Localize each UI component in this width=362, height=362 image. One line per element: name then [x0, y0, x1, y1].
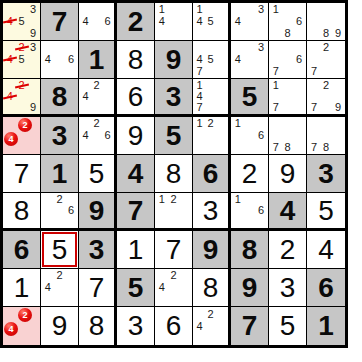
cell-r5c7[interactable]: 2: [231, 155, 269, 193]
colored-candidate-2: 2: [18, 308, 32, 322]
candidate-7: 7: [194, 65, 205, 77]
cell-r6c4[interactable]: 7: [117, 193, 155, 231]
candidate-1: 1: [270, 4, 282, 16]
cell-r1c4[interactable]: 2: [117, 3, 155, 41]
cell-r6c8[interactable]: 4: [269, 193, 307, 231]
pencil-marks: 249: [3, 79, 40, 114]
solved-digit: 7: [155, 231, 192, 268]
candidate-7: 7: [308, 141, 320, 153]
solved-digit: 8: [117, 41, 154, 78]
pencil-marks: 457: [193, 41, 228, 78]
cell-r9c6[interactable]: 24: [193, 307, 231, 345]
colored-candidate-2: 2: [18, 118, 32, 132]
solved-digit: 5: [307, 193, 345, 228]
candidate-9: 9: [332, 102, 344, 113]
candidate-4: 4: [194, 54, 205, 66]
candidate-6: 6: [102, 130, 113, 142]
cell-r4c7[interactable]: 16: [231, 117, 269, 155]
candidate-3: 3: [27, 4, 39, 16]
solved-digit: 5: [269, 307, 306, 345]
cell-r7c7[interactable]: 8: [231, 231, 269, 269]
candidate-7: 7: [308, 102, 320, 113]
pencil-marks: 145: [193, 3, 228, 40]
pencil-marks: 12: [155, 193, 192, 228]
pencil-marks: 24: [155, 269, 192, 306]
cell-r1c3[interactable]: 46: [79, 3, 117, 41]
cell-r3c9[interactable]: 279: [307, 79, 345, 117]
cell-r8c1[interactable]: 1: [3, 269, 41, 307]
pencil-marks: 89: [307, 3, 345, 40]
cell-r2c9[interactable]: 27: [307, 41, 345, 79]
given-digit: 4: [269, 193, 306, 228]
cell-r8c5[interactable]: 24: [155, 269, 193, 307]
pencil-marks: 34: [231, 41, 268, 78]
cell-r9c1[interactable]: 24: [3, 307, 41, 345]
cell-r8c7[interactable]: 9: [231, 269, 269, 307]
cell-r4c4[interactable]: 9: [117, 117, 155, 155]
candidate-1: 1: [156, 4, 168, 16]
candidate-2: 2: [54, 194, 66, 205]
pencil-marks: 279: [307, 79, 345, 114]
candidate-6: 6: [255, 205, 267, 216]
pencil-marks: 168: [269, 3, 306, 40]
candidate-2: 2: [91, 118, 102, 130]
candidate-8: 8: [282, 141, 294, 153]
pencil-marks: 27: [307, 41, 345, 78]
pencil-marks: 24: [79, 79, 114, 114]
solved-digit: 3: [193, 193, 228, 228]
given-digit: 7: [117, 193, 154, 228]
cell-r5c5[interactable]: 8: [155, 155, 193, 193]
cell-r6c9[interactable]: 5: [307, 193, 345, 231]
pencil-marks: 78: [269, 117, 306, 154]
cell-r1c9[interactable]: 89: [307, 3, 345, 41]
eliminated-candidate-4: 4: [4, 16, 16, 28]
solved-digit: 4: [307, 231, 345, 268]
candidate-5: 5: [205, 54, 216, 66]
solved-digit: 9: [269, 155, 306, 192]
sudoku-board: 3459746214145341688923454618945734672724…: [0, 0, 348, 348]
candidate-4: 4: [156, 282, 168, 294]
solved-digit: 9: [41, 307, 78, 345]
candidate-4: 4: [194, 16, 205, 28]
cell-r7c1[interactable]: 6: [3, 231, 41, 269]
cell-r3c2[interactable]: 8: [41, 79, 79, 117]
cell-r4c2[interactable]: 3: [41, 117, 79, 155]
candidate-1: 1: [270, 80, 282, 91]
pencil-marks: 78: [307, 117, 345, 154]
candidate-2: 2: [320, 42, 332, 54]
candidate-1: 1: [156, 194, 168, 205]
cell-r6c1[interactable]: 8: [3, 193, 41, 231]
cell-r4c8[interactable]: 78: [269, 117, 307, 155]
candidate-9: 9: [332, 27, 344, 39]
given-digit: 8: [231, 231, 268, 268]
solved-digit: 3: [117, 307, 154, 345]
candidate-7: 7: [270, 141, 282, 153]
candidate-1: 1: [194, 4, 205, 16]
cell-r7c9[interactable]: 4: [307, 231, 345, 269]
cell-r2c8[interactable]: 67: [269, 41, 307, 79]
solved-digit: 8: [155, 155, 192, 192]
cell-r7c4[interactable]: 1: [117, 231, 155, 269]
given-digit: 2: [117, 3, 154, 40]
cell-r4c6[interactable]: 12: [193, 117, 231, 155]
eliminated-candidate-4: 4: [4, 54, 16, 66]
pencil-marks: 147: [193, 79, 228, 114]
cell-r3c5[interactable]: 3: [155, 79, 193, 117]
cell-r6c7[interactable]: 16: [231, 193, 269, 231]
cell-r1c7[interactable]: 34: [231, 3, 269, 41]
pencil-marks: 12: [193, 117, 228, 154]
given-digit: 6: [3, 231, 40, 268]
candidate-8: 8: [320, 141, 332, 153]
cell-r3c1[interactable]: 249: [3, 79, 41, 117]
candidate-6: 6: [293, 16, 305, 28]
cell-r3c3[interactable]: 24: [79, 79, 117, 117]
cell-r7c8[interactable]: 2: [269, 231, 307, 269]
solved-digit: 8: [193, 269, 228, 306]
cell-r2c2[interactable]: 46: [41, 41, 79, 79]
cell-r2c6[interactable]: 457: [193, 41, 231, 79]
cell-r1c2[interactable]: 7: [41, 3, 79, 41]
given-digit: 9: [193, 231, 228, 268]
candidate-5: 5: [16, 16, 28, 28]
candidate-9: 9: [27, 27, 39, 39]
cell-r2c7[interactable]: 34: [231, 41, 269, 79]
given-digit: 6: [307, 269, 345, 306]
cell-r7c3[interactable]: 3: [79, 231, 117, 269]
candidate-3: 3: [27, 42, 39, 54]
cell-r9c3[interactable]: 8: [79, 307, 117, 345]
solved-digit: 8: [3, 193, 40, 228]
candidate-1: 1: [232, 118, 244, 130]
cell-r6c2[interactable]: 26: [41, 193, 79, 231]
pencil-marks: 24: [41, 269, 78, 306]
candidate-2: 2: [168, 270, 180, 282]
candidate-2: 2: [54, 270, 66, 282]
candidate-5: 5: [16, 54, 28, 66]
candidate-3: 3: [255, 42, 267, 54]
cell-r4c9[interactable]: 78: [307, 117, 345, 155]
given-digit: 1: [79, 41, 114, 78]
colored-candidate-4: 4: [4, 322, 18, 336]
cell-r9c7[interactable]: 7: [231, 307, 269, 345]
cell-r9c2[interactable]: 9: [41, 307, 79, 345]
cell-r8c3[interactable]: 7: [79, 269, 117, 307]
solved-digit: 6: [155, 307, 192, 345]
cell-r8c8[interactable]: 3: [269, 269, 307, 307]
cell-r2c5[interactable]: 9: [155, 41, 193, 79]
candidate-1: 1: [194, 118, 205, 130]
eliminated-candidate-2: 2: [16, 42, 28, 54]
cell-r9c9[interactable]: 1: [307, 307, 345, 345]
given-digit: 5: [231, 79, 268, 114]
cell-r6c5[interactable]: 12: [155, 193, 193, 231]
candidate-4: 4: [80, 16, 91, 28]
solved-digit: 5: [41, 231, 78, 268]
pencil-marks: 14: [155, 3, 192, 40]
pencil-marks: 24: [193, 307, 228, 345]
cell-r5c6[interactable]: 6: [193, 155, 231, 193]
given-digit: 3: [307, 155, 345, 192]
candidate-4: 4: [156, 16, 168, 28]
solved-digit: 8: [79, 307, 114, 345]
given-digit: 6: [193, 155, 228, 192]
eliminated-candidate-2: 2: [16, 80, 28, 91]
cell-r3c7[interactable]: 5: [231, 79, 269, 117]
candidate-8: 8: [320, 27, 332, 39]
given-digit: 1: [307, 307, 345, 345]
candidate-4: 4: [232, 54, 244, 66]
cell-r1c8[interactable]: 168: [269, 3, 307, 41]
pencil-marks: 2345: [3, 41, 40, 78]
pencil-marks: 16: [231, 193, 268, 228]
candidate-4: 4: [42, 54, 54, 66]
candidate-2: 2: [205, 118, 216, 130]
cell-r2c1[interactable]: 2345: [3, 41, 41, 79]
candidate-7: 7: [270, 65, 282, 77]
cell-r1c5[interactable]: 14: [155, 3, 193, 41]
solved-digit: 2: [269, 231, 306, 268]
solved-digit: 9: [117, 117, 154, 154]
cell-r3c4[interactable]: 6: [117, 79, 155, 117]
cell-r5c2[interactable]: 1: [41, 155, 79, 193]
candidate-7: 7: [194, 102, 205, 113]
given-digit: 7: [41, 3, 78, 40]
cell-r1c1[interactable]: 3459: [3, 3, 41, 41]
pencil-marks: 46: [79, 3, 114, 40]
candidate-6: 6: [255, 130, 267, 142]
cell-r8c4[interactable]: 5: [117, 269, 155, 307]
solved-digit: 6: [117, 79, 154, 114]
candidate-5: 5: [205, 16, 216, 28]
cell-r4c3[interactable]: 246: [79, 117, 117, 155]
cell-r9c8[interactable]: 5: [269, 307, 307, 345]
cell-r5c8[interactable]: 9: [269, 155, 307, 193]
cell-r2c3[interactable]: 1: [79, 41, 117, 79]
given-digit: 5: [117, 269, 154, 306]
solved-digit: 7: [79, 269, 114, 306]
given-digit: 9: [79, 193, 114, 228]
cell-r1c6[interactable]: 145: [193, 3, 231, 41]
candidate-7: 7: [308, 65, 320, 77]
cell-r7c2[interactable]: 5: [41, 231, 79, 269]
eliminated-candidate-4: 4: [4, 91, 16, 102]
cell-r3c6[interactable]: 147: [193, 79, 231, 117]
solved-digit: 3: [269, 269, 306, 306]
cell-r7c5[interactable]: 7: [155, 231, 193, 269]
cell-r8c2[interactable]: 24: [41, 269, 79, 307]
given-digit: 3: [79, 231, 114, 268]
cell-r6c3[interactable]: 9: [79, 193, 117, 231]
solved-digit: 1: [3, 269, 40, 306]
candidate-4: 4: [80, 91, 91, 102]
given-digit: 5: [155, 117, 192, 154]
candidate-7: 7: [270, 102, 282, 113]
candidate-6: 6: [293, 54, 305, 66]
cell-r4c5[interactable]: 5: [155, 117, 193, 155]
cell-r9c5[interactable]: 6: [155, 307, 193, 345]
candidate-2: 2: [320, 80, 332, 91]
solved-digit: 2: [231, 155, 268, 192]
candidate-6: 6: [65, 54, 77, 66]
given-digit: 9: [231, 269, 268, 306]
pencil-marks: 46: [41, 41, 78, 78]
solved-digit: 7: [3, 155, 40, 192]
candidate-9: 9: [27, 102, 39, 113]
pencil-marks: 24: [3, 117, 40, 154]
given-digit: 4: [117, 155, 154, 192]
given-digit: 3: [155, 79, 192, 114]
pencil-marks: 67: [269, 41, 306, 78]
pencil-marks: 16: [231, 117, 268, 154]
candidate-3: 3: [255, 4, 267, 16]
cell-r3c8[interactable]: 17: [269, 79, 307, 117]
candidate-4: 4: [194, 320, 205, 332]
pencil-marks: 34: [231, 3, 268, 40]
pencil-marks: 3459: [3, 3, 40, 40]
candidate-1: 1: [232, 194, 244, 205]
cell-r5c3[interactable]: 5: [79, 155, 117, 193]
cell-r4c1[interactable]: 24: [3, 117, 41, 155]
cell-r9c4[interactable]: 3: [117, 307, 155, 345]
given-digit: 3: [41, 117, 78, 154]
candidate-2: 2: [91, 80, 102, 91]
pencil-marks: 26: [41, 193, 78, 228]
cell-r6c6[interactable]: 3: [193, 193, 231, 231]
colored-candidate-4: 4: [4, 132, 18, 146]
solved-digit: 1: [117, 231, 154, 268]
candidate-4: 4: [80, 130, 91, 142]
candidate-4: 4: [42, 282, 54, 294]
solved-digit: 5: [79, 155, 114, 192]
cell-r8c6[interactable]: 8: [193, 269, 231, 307]
candidate-8: 8: [282, 27, 294, 39]
given-digit: 8: [41, 79, 78, 114]
pencil-marks: 24: [3, 307, 40, 345]
candidate-4: 4: [232, 16, 244, 28]
candidate-6: 6: [65, 205, 77, 216]
cell-r7c6[interactable]: 9: [193, 231, 231, 269]
cell-r2c4[interactable]: 8: [117, 41, 155, 79]
candidate-6: 6: [102, 16, 113, 28]
candidate-2: 2: [205, 308, 216, 320]
pencil-marks: 17: [269, 79, 306, 114]
pencil-marks: 246: [79, 117, 114, 154]
given-digit: 7: [231, 307, 268, 345]
candidate-2: 2: [168, 194, 180, 205]
cell-r5c1[interactable]: 7: [3, 155, 41, 193]
given-digit: 1: [41, 155, 78, 192]
cell-r8c9[interactable]: 6: [307, 269, 345, 307]
given-digit: 9: [155, 41, 192, 78]
cell-r5c9[interactable]: 3: [307, 155, 345, 193]
cell-r5c4[interactable]: 4: [117, 155, 155, 193]
